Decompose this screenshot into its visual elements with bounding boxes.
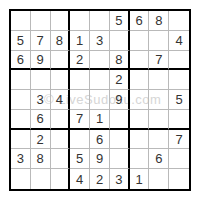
cell-r4c7[interactable]	[130, 70, 150, 90]
cell-r6c9[interactable]	[169, 110, 189, 130]
cell-r9c7[interactable]: 1	[130, 169, 150, 189]
cell-r1c8[interactable]: 8	[149, 11, 169, 31]
cell-r7c6[interactable]	[110, 130, 130, 150]
cell-r9c5[interactable]: 2	[90, 169, 110, 189]
cell-r6c1[interactable]	[11, 110, 31, 130]
cell-r2c9[interactable]: 4	[169, 31, 189, 51]
cell-r6c8[interactable]	[149, 110, 169, 130]
cell-r3c4[interactable]: 2	[70, 51, 90, 71]
cell-r5c6[interactable]: 9	[110, 90, 130, 110]
cell-r1c7[interactable]: 6	[130, 11, 150, 31]
cell-r6c2[interactable]: 6	[31, 110, 51, 130]
cell-r8c3[interactable]	[51, 149, 71, 169]
cell-r5c7[interactable]	[130, 90, 150, 110]
cell-r2c2[interactable]: 7	[31, 31, 51, 51]
cell-r6c5[interactable]: 1	[90, 110, 110, 130]
cell-r8c5[interactable]: 9	[90, 149, 110, 169]
cell-r7c5[interactable]: 6	[90, 130, 110, 150]
cell-r1c4[interactable]	[70, 11, 90, 31]
cell-r4c3[interactable]	[51, 70, 71, 90]
cell-r6c6[interactable]	[110, 110, 130, 130]
cell-r2c7[interactable]	[130, 31, 150, 51]
sudoku-board: © LiveSudoku.com 56857813469287234956712…	[9, 9, 191, 191]
cell-r2c3[interactable]: 8	[51, 31, 71, 51]
cell-r6c7[interactable]	[130, 110, 150, 130]
cell-r9c6[interactable]: 3	[110, 169, 130, 189]
cell-r2c8[interactable]	[149, 31, 169, 51]
cell-r5c4[interactable]	[70, 90, 90, 110]
cell-r4c1[interactable]	[11, 70, 31, 90]
cell-r8c7[interactable]	[130, 149, 150, 169]
cell-r3c3[interactable]	[51, 51, 71, 71]
cell-r7c1[interactable]	[11, 130, 31, 150]
cells: 5685781346928723495671267385964231	[11, 11, 189, 189]
cell-r1c5[interactable]	[90, 11, 110, 31]
cell-r3c2[interactable]: 9	[31, 51, 51, 71]
cell-r2c4[interactable]: 1	[70, 31, 90, 51]
cell-r2c5[interactable]: 3	[90, 31, 110, 51]
cell-r9c1[interactable]	[11, 169, 31, 189]
cell-r3c9[interactable]	[169, 51, 189, 71]
cell-r9c3[interactable]	[51, 169, 71, 189]
cell-r5c3[interactable]: 4	[51, 90, 71, 110]
cell-r8c1[interactable]: 3	[11, 149, 31, 169]
cell-r7c3[interactable]	[51, 130, 71, 150]
cell-r1c1[interactable]	[11, 11, 31, 31]
cell-r8c9[interactable]	[169, 149, 189, 169]
cell-r5c2[interactable]: 3	[31, 90, 51, 110]
cell-r8c8[interactable]: 6	[149, 149, 169, 169]
cell-r4c8[interactable]	[149, 70, 169, 90]
cell-r9c8[interactable]	[149, 169, 169, 189]
cell-r2c1[interactable]: 5	[11, 31, 31, 51]
cell-r8c4[interactable]: 5	[70, 149, 90, 169]
cell-r9c2[interactable]	[31, 169, 51, 189]
cell-r4c9[interactable]	[169, 70, 189, 90]
cell-r1c9[interactable]	[169, 11, 189, 31]
cell-r5c5[interactable]	[90, 90, 110, 110]
cell-r8c6[interactable]	[110, 149, 130, 169]
cell-r5c9[interactable]: 5	[169, 90, 189, 110]
cell-r8c2[interactable]: 8	[31, 149, 51, 169]
cell-r7c9[interactable]: 7	[169, 130, 189, 150]
cell-r7c2[interactable]: 2	[31, 130, 51, 150]
cell-r7c4[interactable]	[70, 130, 90, 150]
sudoku-screenshot: © LiveSudoku.com 56857813469287234956712…	[0, 0, 200, 200]
cell-r3c5[interactable]	[90, 51, 110, 71]
cell-r1c3[interactable]	[51, 11, 71, 31]
cell-r7c7[interactable]	[130, 130, 150, 150]
cell-r9c9[interactable]	[169, 169, 189, 189]
cell-r4c2[interactable]	[31, 70, 51, 90]
cell-r7c8[interactable]	[149, 130, 169, 150]
cell-r5c1[interactable]	[11, 90, 31, 110]
cell-r6c4[interactable]: 7	[70, 110, 90, 130]
cell-r2c6[interactable]	[110, 31, 130, 51]
cell-r3c8[interactable]: 7	[149, 51, 169, 71]
cell-r3c6[interactable]: 8	[110, 51, 130, 71]
cell-r3c7[interactable]	[130, 51, 150, 71]
cell-r5c8[interactable]	[149, 90, 169, 110]
cell-r1c6[interactable]: 5	[110, 11, 130, 31]
cell-r4c4[interactable]	[70, 70, 90, 90]
cell-r4c5[interactable]	[90, 70, 110, 90]
cell-r1c2[interactable]	[31, 11, 51, 31]
cell-r6c3[interactable]	[51, 110, 71, 130]
cell-r4c6[interactable]: 2	[110, 70, 130, 90]
cell-r3c1[interactable]: 6	[11, 51, 31, 71]
cell-r9c4[interactable]: 4	[70, 169, 90, 189]
